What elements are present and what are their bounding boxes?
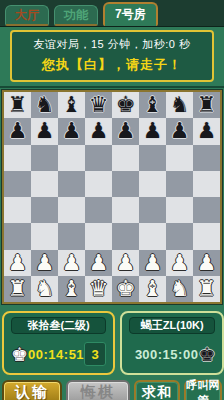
square-c5[interactable] — [58, 171, 85, 197]
square-c4[interactable] — [58, 197, 85, 223]
square-e6[interactable] — [112, 145, 139, 171]
white-pawn: ♟ — [193, 250, 220, 276]
white-king: ♚ — [112, 276, 139, 302]
black-pawn: ♟ — [139, 118, 166, 144]
white-bishop: ♝ — [139, 276, 166, 302]
black-rook: ♜ — [193, 92, 220, 118]
square-b1[interactable]: ♞ — [31, 276, 58, 302]
black-knight: ♞ — [166, 92, 193, 118]
square-a7[interactable]: ♟ — [4, 118, 31, 144]
square-g6[interactable] — [166, 145, 193, 171]
black-pawn: ♟ — [193, 118, 220, 144]
square-a1[interactable]: ♜ — [4, 276, 31, 302]
square-b3[interactable] — [31, 223, 58, 249]
tab-functions[interactable]: 功能 — [54, 5, 98, 26]
square-c8[interactable]: ♝ — [58, 92, 85, 118]
black-pawn: ♟ — [85, 118, 112, 144]
square-d5[interactable] — [85, 171, 112, 197]
top-tab-bar: 大厅 功能 7号房 — [0, 0, 224, 27]
player-panels: 张拾叁(二级) ♚ 00:14:51 3 蝎王ZL(10K) 3 00:15:0… — [0, 311, 224, 375]
black-clock: 00:15:00 — [142, 347, 198, 362]
square-e5[interactable] — [112, 171, 139, 197]
white-pawn: ♟ — [85, 250, 112, 276]
white-pawn: ♟ — [31, 250, 58, 276]
white-pawn: ♟ — [166, 250, 193, 276]
separator — [0, 86, 224, 88]
white-pawn: ♟ — [139, 250, 166, 276]
board-frame: ♜♞♝♛♚♝♞♜♟♟♟♟♟♟♟♟♟♟♟♟♟♟♟♟♜♞♝♛♚♝♞♜ — [2, 90, 222, 304]
square-d8[interactable]: ♛ — [85, 92, 112, 118]
square-f7[interactable]: ♟ — [139, 118, 166, 144]
square-f3[interactable] — [139, 223, 166, 249]
square-e1[interactable]: ♚ — [112, 276, 139, 302]
action-buttons: 认输 悔棋 求和 呼叫网管 — [0, 380, 224, 400]
black-score: 3 — [129, 347, 142, 362]
square-f4[interactable] — [139, 197, 166, 223]
square-a5[interactable] — [4, 171, 31, 197]
square-c6[interactable] — [58, 145, 85, 171]
square-d7[interactable]: ♟ — [85, 118, 112, 144]
white-bishop: ♝ — [58, 276, 85, 302]
square-b4[interactable] — [31, 197, 58, 223]
white-pawn: ♟ — [58, 250, 85, 276]
square-f2[interactable]: ♟ — [139, 250, 166, 276]
square-d3[interactable] — [85, 223, 112, 249]
undo-button[interactable]: 悔棋 — [66, 380, 130, 400]
square-e8[interactable]: ♚ — [112, 92, 139, 118]
offer-draw-button[interactable]: 求和 — [134, 380, 180, 400]
white-score: 3 — [84, 342, 106, 366]
square-c3[interactable] — [58, 223, 85, 249]
square-h5[interactable] — [193, 171, 220, 197]
square-g5[interactable] — [166, 171, 193, 197]
square-g2[interactable]: ♟ — [166, 250, 193, 276]
black-bishop: ♝ — [139, 92, 166, 118]
black-bishop: ♝ — [58, 92, 85, 118]
square-d2[interactable]: ♟ — [85, 250, 112, 276]
square-a2[interactable]: ♟ — [4, 250, 31, 276]
square-a8[interactable]: ♜ — [4, 92, 31, 118]
square-b5[interactable] — [31, 171, 58, 197]
square-c1[interactable]: ♝ — [58, 276, 85, 302]
player-panel-white: 张拾叁(二级) ♚ 00:14:51 3 — [2, 311, 115, 375]
white-clock: 00:14:51 — [28, 347, 84, 362]
call-admin-button[interactable]: 呼叫网管 — [184, 380, 222, 400]
black-pawn: ♟ — [166, 118, 193, 144]
black-pawn: ♟ — [4, 118, 31, 144]
black-queen: ♛ — [85, 92, 112, 118]
black-rook: ♜ — [4, 92, 31, 118]
square-e3[interactable] — [112, 223, 139, 249]
square-e7[interactable]: ♟ — [112, 118, 139, 144]
game-info-box: 友谊对局，15 分钟，加秒:0 秒 您执【白】，请走子！ — [10, 30, 214, 82]
black-pawn: ♟ — [58, 118, 85, 144]
square-h2[interactable]: ♟ — [193, 250, 220, 276]
resign-button[interactable]: 认输 — [2, 380, 62, 400]
square-g8[interactable]: ♞ — [166, 92, 193, 118]
white-rook: ♜ — [193, 276, 220, 302]
square-e4[interactable] — [112, 197, 139, 223]
square-h8[interactable]: ♜ — [193, 92, 220, 118]
square-d6[interactable] — [85, 145, 112, 171]
square-b7[interactable]: ♟ — [31, 118, 58, 144]
square-a6[interactable] — [4, 145, 31, 171]
square-f1[interactable]: ♝ — [139, 276, 166, 302]
black-player-name: 蝎王ZL(10K) — [129, 317, 215, 334]
white-pawn: ♟ — [112, 250, 139, 276]
square-c2[interactable]: ♟ — [58, 250, 85, 276]
black-knight: ♞ — [31, 92, 58, 118]
square-b2[interactable]: ♟ — [31, 250, 58, 276]
square-a4[interactable] — [4, 197, 31, 223]
tab-lobby[interactable]: 大厅 — [5, 5, 49, 26]
square-h3[interactable] — [193, 223, 220, 249]
white-knight: ♞ — [31, 276, 58, 302]
white-knight: ♞ — [166, 276, 193, 302]
square-h4[interactable] — [193, 197, 220, 223]
square-c7[interactable]: ♟ — [58, 118, 85, 144]
square-d1[interactable]: ♛ — [85, 276, 112, 302]
black-pawn: ♟ — [112, 118, 139, 144]
square-h1[interactable]: ♜ — [193, 276, 220, 302]
square-g4[interactable] — [166, 197, 193, 223]
black-king-icon: ♚ — [198, 342, 215, 366]
square-g3[interactable] — [166, 223, 193, 249]
square-e2[interactable]: ♟ — [112, 250, 139, 276]
white-player-name: 张拾叁(二级) — [11, 317, 106, 334]
square-h7[interactable]: ♟ — [193, 118, 220, 144]
square-a3[interactable] — [4, 223, 31, 249]
black-king: ♚ — [112, 92, 139, 118]
turn-prompt-text: 您执【白】，请走子！ — [12, 56, 212, 74]
white-queen: ♛ — [85, 276, 112, 302]
square-g7[interactable]: ♟ — [166, 118, 193, 144]
chess-board[interactable]: ♜♞♝♛♚♝♞♜♟♟♟♟♟♟♟♟♟♟♟♟♟♟♟♟♜♞♝♛♚♝♞♜ — [4, 92, 220, 302]
square-d4[interactable] — [85, 197, 112, 223]
square-f6[interactable] — [139, 145, 166, 171]
square-f5[interactable] — [139, 171, 166, 197]
black-pawn: ♟ — [31, 118, 58, 144]
white-rook: ♜ — [4, 276, 31, 302]
square-g1[interactable]: ♞ — [166, 276, 193, 302]
square-h6[interactable] — [193, 145, 220, 171]
player-panel-black: 蝎王ZL(10K) 3 00:15:00 ♚ — [120, 311, 224, 375]
square-f8[interactable]: ♝ — [139, 92, 166, 118]
white-king-icon: ♚ — [11, 342, 28, 366]
game-settings-text: 友谊对局，15 分钟，加秒:0 秒 — [12, 37, 212, 52]
square-b6[interactable] — [31, 145, 58, 171]
square-b8[interactable]: ♞ — [31, 92, 58, 118]
white-pawn: ♟ — [4, 250, 31, 276]
tab-room-7[interactable]: 7号房 — [103, 2, 158, 26]
